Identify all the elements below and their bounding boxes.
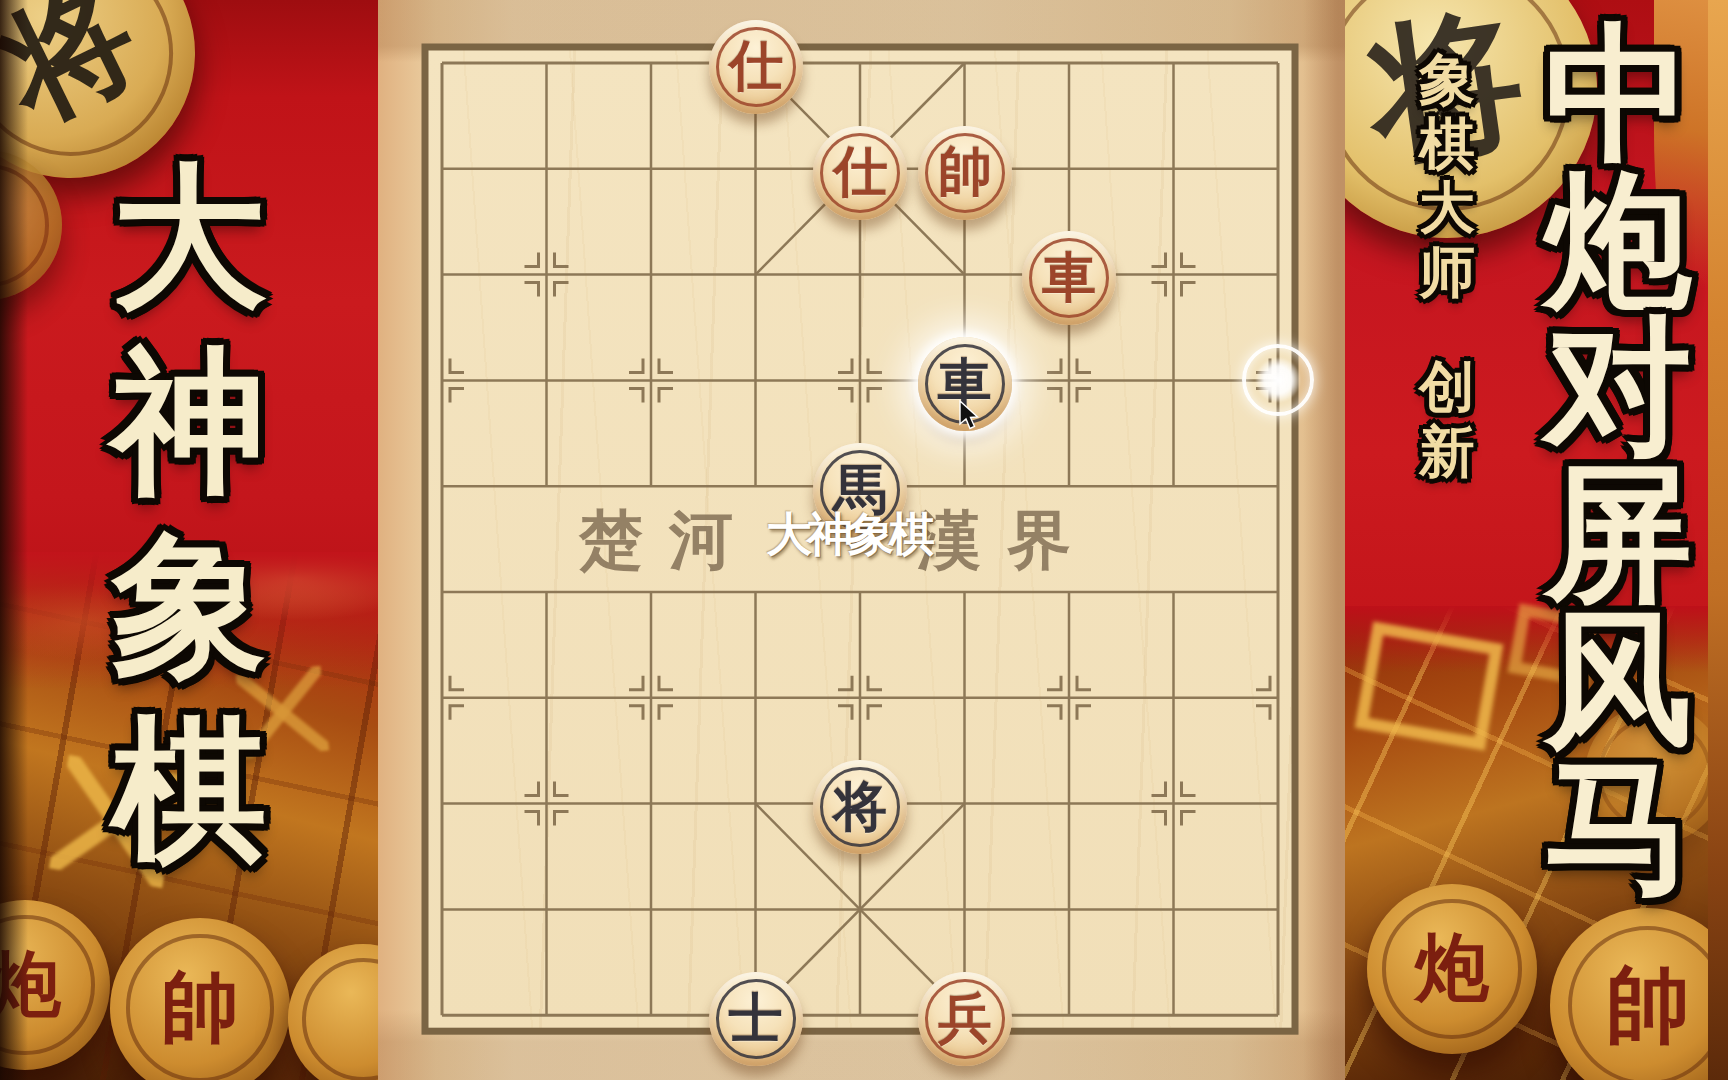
- title-char: 风: [1544, 608, 1692, 755]
- piece-glyph: 車: [1042, 242, 1096, 315]
- right-panel: 将 炮 帥 象棋大师创新 中炮对屏风马: [1345, 0, 1728, 1080]
- video-frame: 将 炮 帥 大神象棋 楚河 漢界 仕仕帥車車馬将士兵 大神象棋 将: [0, 0, 1728, 1080]
- board-gold-mark: [1355, 621, 1504, 750]
- piece-glyph: 仕: [833, 136, 887, 209]
- title-char: 大: [1419, 180, 1475, 237]
- piece-glyph: 将: [833, 771, 887, 844]
- piece-red-chariot[interactable]: 車: [1022, 231, 1116, 325]
- photo-piece-pao-right: 炮: [1367, 884, 1537, 1054]
- right-title: 中炮对屏风马: [1513, 22, 1723, 901]
- title-char: 大: [112, 160, 267, 318]
- piece-glyph: 帥: [938, 136, 992, 209]
- title-char: 创: [1419, 359, 1475, 416]
- right-subtitle: 象棋大师创新: [1397, 52, 1497, 481]
- photo-piece-glyph: 将: [0, 0, 165, 159]
- left-panel: 将 炮 帥 大神象棋: [0, 0, 378, 1080]
- watermark: 大神象棋: [766, 504, 930, 566]
- photo-piece-glyph: 帥: [1606, 949, 1690, 1063]
- photo-piece-glyph: 帥: [161, 956, 239, 1061]
- title-char: 对: [1544, 315, 1692, 462]
- title-char: 棋: [112, 712, 267, 870]
- title-char: 师: [1419, 244, 1475, 301]
- photo-piece-shuai-right: 帥: [1550, 908, 1728, 1080]
- piece-glyph: 兵: [938, 983, 992, 1056]
- piece-glyph: 仕: [729, 30, 783, 103]
- title-char: 炮: [1544, 169, 1692, 316]
- piece-black-advisor[interactable]: 士: [709, 972, 803, 1066]
- photo-piece-edge-left: [288, 944, 378, 1080]
- piece-black-general[interactable]: 将: [813, 760, 907, 854]
- title-char: 棋: [1419, 116, 1475, 173]
- left-title: 大神象棋: [0, 160, 378, 870]
- title-char: 象: [1419, 52, 1475, 109]
- photo-piece-glyph: 炮: [1415, 919, 1489, 1019]
- piece-glyph: 士: [729, 983, 783, 1056]
- photo-piece-glyph: 炮: [0, 937, 61, 1033]
- mouse-cursor: [958, 400, 984, 434]
- title-char: 象: [112, 528, 267, 686]
- piece-red-advisor[interactable]: 仕: [709, 20, 803, 114]
- title-char: 新: [1419, 424, 1475, 481]
- piece-red-advisor[interactable]: 仕: [813, 126, 907, 220]
- photo-piece-shuai-left: 帥: [110, 918, 290, 1080]
- title-char: 神: [112, 344, 267, 502]
- title-char: 马: [1544, 755, 1692, 902]
- xiangqi-board[interactable]: 楚河 漢界 仕仕帥車車馬将士兵 大神象棋: [378, 0, 1345, 1080]
- title-char: 中: [1544, 22, 1692, 169]
- photo-piece-pao-left: 炮: [0, 900, 110, 1070]
- piece-red-soldier[interactable]: 兵: [918, 972, 1012, 1066]
- title-char: 屏: [1544, 462, 1692, 609]
- piece-red-general[interactable]: 帥: [918, 126, 1012, 220]
